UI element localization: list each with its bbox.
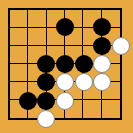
black-stone <box>37 73 55 91</box>
black-stone <box>56 55 74 73</box>
white-stone <box>56 92 74 110</box>
black-stone <box>37 92 55 110</box>
white-stone <box>93 73 111 91</box>
black-stone <box>93 18 111 36</box>
go-board[interactable] <box>0 0 133 133</box>
white-stone <box>112 37 130 55</box>
white-stone <box>56 73 74 91</box>
white-stone <box>37 110 55 128</box>
white-stone <box>93 55 111 73</box>
black-stone <box>56 18 74 36</box>
black-stone <box>93 37 111 55</box>
black-stone <box>75 55 93 73</box>
stones-layer <box>0 0 133 133</box>
black-stone <box>19 92 37 110</box>
black-stone <box>37 55 55 73</box>
white-stone <box>75 73 93 91</box>
